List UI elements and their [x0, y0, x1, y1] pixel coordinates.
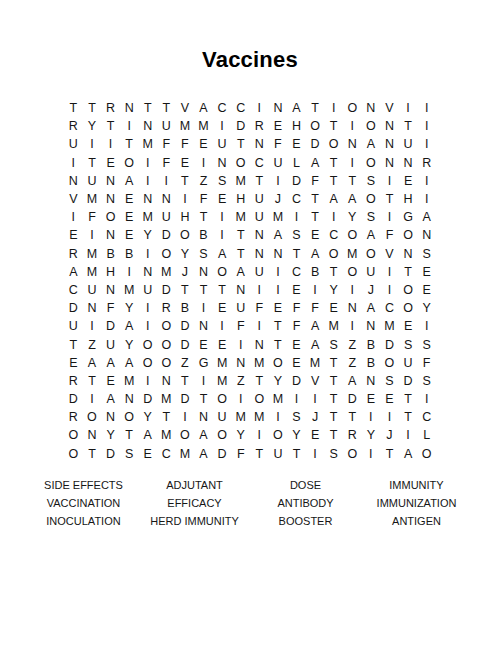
grid-cell[interactable]: M	[83, 190, 102, 208]
grid-cell[interactable]: N	[101, 190, 120, 208]
grid-cell[interactable]: J	[306, 408, 325, 426]
grid-cell[interactable]: T	[231, 135, 250, 153]
grid-cell[interactable]: T	[306, 99, 325, 117]
grid-cell[interactable]: Y	[231, 426, 250, 444]
grid-cell[interactable]: T	[83, 372, 102, 390]
grid-cell[interactable]: O	[176, 426, 195, 444]
grid-cell[interactable]: E	[120, 208, 139, 226]
grid-cell[interactable]: S	[194, 245, 213, 263]
grid-cell[interactable]: N	[120, 99, 139, 117]
grid-cell[interactable]: I	[213, 117, 232, 135]
grid-cell[interactable]: O	[120, 408, 139, 426]
grid-cell[interactable]: F	[83, 208, 102, 226]
grid-cell[interactable]: I	[138, 317, 157, 335]
grid-cell[interactable]: E	[399, 317, 418, 335]
grid-cell[interactable]: M	[231, 172, 250, 190]
grid-cell[interactable]: Y	[138, 226, 157, 244]
grid-cell[interactable]: O	[83, 408, 102, 426]
grid-cell[interactable]: C	[324, 226, 343, 244]
grid-cell[interactable]: U	[83, 172, 102, 190]
grid-cell[interactable]: M	[120, 372, 139, 390]
grid-cell[interactable]: T	[176, 372, 195, 390]
grid-cell[interactable]: O	[101, 208, 120, 226]
grid-cell[interactable]: E	[213, 190, 232, 208]
grid-cell[interactable]: E	[287, 354, 306, 372]
grid-cell[interactable]: I	[324, 99, 343, 117]
grid-cell[interactable]: S	[287, 408, 306, 426]
grid-cell[interactable]: C	[250, 154, 269, 172]
grid-cell[interactable]: S	[417, 372, 436, 390]
grid-cell[interactable]: A	[306, 335, 325, 353]
grid-cell[interactable]: N	[343, 299, 362, 317]
grid-cell[interactable]: Y	[176, 245, 195, 263]
grid-cell[interactable]: T	[83, 445, 102, 463]
grid-cell[interactable]: M	[380, 317, 399, 335]
grid-cell[interactable]: I	[64, 208, 83, 226]
grid-cell[interactable]: T	[83, 154, 102, 172]
grid-cell[interactable]: Z	[176, 354, 195, 372]
grid-cell[interactable]: E	[417, 281, 436, 299]
grid-cell[interactable]: A	[269, 226, 288, 244]
grid-cell[interactable]: I	[213, 317, 232, 335]
grid-cell[interactable]: E	[287, 281, 306, 299]
grid-cell[interactable]: T	[64, 335, 83, 353]
grid-cell[interactable]: C	[417, 408, 436, 426]
grid-cell[interactable]: I	[269, 172, 288, 190]
grid-cell[interactable]: A	[120, 172, 139, 190]
grid-cell[interactable]: M	[343, 245, 362, 263]
grid-cell[interactable]: U	[399, 354, 418, 372]
grid-cell[interactable]: I	[83, 317, 102, 335]
grid-cell[interactable]: E	[399, 172, 418, 190]
grid-cell[interactable]: F	[231, 317, 250, 335]
grid-cell[interactable]: U	[157, 117, 176, 135]
grid-cell[interactable]: T	[324, 354, 343, 372]
grid-cell[interactable]: E	[213, 335, 232, 353]
grid-cell[interactable]: F	[306, 299, 325, 317]
grid-cell[interactable]: N	[194, 263, 213, 281]
grid-cell[interactable]: F	[287, 317, 306, 335]
grid-cell[interactable]: O	[157, 354, 176, 372]
grid-cell[interactable]: N	[101, 172, 120, 190]
grid-cell[interactable]: O	[213, 426, 232, 444]
grid-cell[interactable]: D	[213, 445, 232, 463]
grid-cell[interactable]: B	[194, 226, 213, 244]
grid-cell[interactable]: C	[64, 281, 83, 299]
grid-cell[interactable]: I	[343, 281, 362, 299]
grid-cell[interactable]: T	[399, 408, 418, 426]
grid-cell[interactable]: R	[64, 245, 83, 263]
grid-cell[interactable]: I	[306, 390, 325, 408]
grid-cell[interactable]: U	[250, 208, 269, 226]
grid-cell[interactable]: E	[269, 117, 288, 135]
grid-cell[interactable]: N	[83, 299, 102, 317]
grid-cell[interactable]: U	[64, 317, 83, 335]
grid-cell[interactable]: N	[101, 408, 120, 426]
grid-cell[interactable]: I	[194, 154, 213, 172]
grid-cell[interactable]: R	[101, 99, 120, 117]
grid-cell[interactable]: I	[324, 208, 343, 226]
grid-cell[interactable]: I	[399, 426, 418, 444]
grid-cell[interactable]: I	[138, 154, 157, 172]
grid-cell[interactable]: C	[157, 445, 176, 463]
grid-cell[interactable]: D	[138, 390, 157, 408]
grid-cell[interactable]: T	[213, 281, 232, 299]
grid-cell[interactable]: A	[306, 245, 325, 263]
grid-cell[interactable]: U	[64, 135, 83, 153]
grid-cell[interactable]: T	[324, 263, 343, 281]
grid-cell[interactable]: O	[157, 245, 176, 263]
grid-cell[interactable]: D	[306, 135, 325, 153]
grid-cell[interactable]: T	[157, 408, 176, 426]
grid-cell[interactable]: S	[287, 226, 306, 244]
grid-cell[interactable]: D	[287, 372, 306, 390]
grid-cell[interactable]: A	[120, 317, 139, 335]
grid-cell[interactable]: I	[380, 172, 399, 190]
grid-cell[interactable]: G	[399, 208, 418, 226]
grid-cell[interactable]: R	[64, 117, 83, 135]
grid-cell[interactable]: N	[157, 190, 176, 208]
grid-cell[interactable]: O	[269, 354, 288, 372]
grid-cell[interactable]: M	[213, 372, 232, 390]
grid-cell[interactable]: I	[138, 372, 157, 390]
grid-cell[interactable]: Y	[343, 208, 362, 226]
grid-cell[interactable]: M	[176, 117, 195, 135]
grid-cell[interactable]: Z	[343, 335, 362, 353]
grid-cell[interactable]: N	[83, 426, 102, 444]
grid-cell[interactable]: M	[306, 354, 325, 372]
grid-cell[interactable]: R	[64, 408, 83, 426]
grid-cell[interactable]: B	[362, 354, 381, 372]
grid-cell[interactable]: A	[306, 317, 325, 335]
grid-cell[interactable]: O	[343, 445, 362, 463]
grid-cell[interactable]: I	[194, 372, 213, 390]
grid-cell[interactable]: A	[343, 372, 362, 390]
grid-cell[interactable]: F	[157, 135, 176, 153]
grid-cell[interactable]: A	[213, 245, 232, 263]
grid-cell[interactable]: N	[269, 99, 288, 117]
grid-cell[interactable]: O	[343, 226, 362, 244]
grid-cell[interactable]: N	[138, 190, 157, 208]
grid-cell[interactable]: T	[287, 445, 306, 463]
grid-cell[interactable]: I	[399, 99, 418, 117]
grid-cell[interactable]: Z	[83, 335, 102, 353]
grid-cell[interactable]: T	[194, 281, 213, 299]
grid-cell[interactable]: Y	[287, 426, 306, 444]
grid-cell[interactable]: C	[231, 99, 250, 117]
grid-cell[interactable]: F	[306, 172, 325, 190]
grid-cell[interactable]: L	[287, 154, 306, 172]
grid-cell[interactable]: C	[380, 299, 399, 317]
grid-cell[interactable]: I	[64, 154, 83, 172]
grid-cell[interactable]: D	[287, 172, 306, 190]
grid-cell[interactable]: A	[194, 426, 213, 444]
grid-cell[interactable]: F	[250, 299, 269, 317]
grid-cell[interactable]: N	[362, 317, 381, 335]
grid-cell[interactable]: O	[64, 426, 83, 444]
grid-cell[interactable]: F	[231, 445, 250, 463]
grid-cell[interactable]: T	[138, 99, 157, 117]
grid-cell[interactable]: O	[250, 390, 269, 408]
grid-cell[interactable]: I	[417, 390, 436, 408]
grid-cell[interactable]: E	[380, 390, 399, 408]
grid-cell[interactable]: H	[287, 117, 306, 135]
grid-cell[interactable]: I	[176, 190, 195, 208]
grid-cell[interactable]: E	[194, 135, 213, 153]
grid-cell[interactable]: O	[399, 299, 418, 317]
grid-cell[interactable]: R	[64, 372, 83, 390]
grid-cell[interactable]: T	[250, 445, 269, 463]
grid-cell[interactable]: M	[269, 390, 288, 408]
grid-cell[interactable]: T	[269, 335, 288, 353]
grid-cell[interactable]: B	[176, 299, 195, 317]
grid-cell[interactable]: M	[157, 263, 176, 281]
grid-cell[interactable]: U	[213, 135, 232, 153]
grid-cell[interactable]: N	[362, 99, 381, 117]
grid-cell[interactable]: N	[380, 117, 399, 135]
grid-cell[interactable]: M	[194, 117, 213, 135]
grid-cell[interactable]: I	[83, 135, 102, 153]
grid-cell[interactable]: A	[343, 190, 362, 208]
grid-cell[interactable]: U	[250, 190, 269, 208]
grid-cell[interactable]: T	[324, 408, 343, 426]
grid-cell[interactable]: B	[101, 245, 120, 263]
grid-cell[interactable]: I	[157, 172, 176, 190]
grid-cell[interactable]: E	[417, 263, 436, 281]
grid-cell[interactable]: N	[417, 226, 436, 244]
grid-cell[interactable]: I	[194, 299, 213, 317]
grid-cell[interactable]: E	[120, 226, 139, 244]
grid-cell[interactable]: I	[362, 408, 381, 426]
grid-cell[interactable]: M	[324, 317, 343, 335]
grid-cell[interactable]: T	[399, 390, 418, 408]
grid-cell[interactable]: Y	[120, 335, 139, 353]
grid-cell[interactable]: T	[324, 372, 343, 390]
grid-cell[interactable]: D	[101, 445, 120, 463]
grid-cell[interactable]: O	[380, 354, 399, 372]
grid-cell[interactable]: N	[250, 245, 269, 263]
grid-cell[interactable]: C	[287, 190, 306, 208]
grid-cell[interactable]: T	[194, 208, 213, 226]
grid-cell[interactable]: N	[120, 390, 139, 408]
grid-cell[interactable]: U	[157, 208, 176, 226]
grid-cell[interactable]: S	[417, 245, 436, 263]
grid-cell[interactable]: U	[138, 281, 157, 299]
grid-cell[interactable]: O	[120, 154, 139, 172]
grid-cell[interactable]: Y	[324, 281, 343, 299]
grid-cell[interactable]: U	[83, 281, 102, 299]
grid-cell[interactable]: A	[120, 354, 139, 372]
grid-cell[interactable]: O	[138, 335, 157, 353]
grid-cell[interactable]: I	[380, 263, 399, 281]
grid-cell[interactable]: N	[194, 408, 213, 426]
grid-cell[interactable]: O	[362, 245, 381, 263]
grid-cell[interactable]: I	[287, 390, 306, 408]
grid-cell[interactable]: F	[194, 190, 213, 208]
grid-cell[interactable]: D	[157, 226, 176, 244]
grid-cell[interactable]: E	[287, 135, 306, 153]
grid-cell[interactable]: N	[231, 354, 250, 372]
grid-cell[interactable]: O	[157, 317, 176, 335]
grid-cell[interactable]: J	[380, 426, 399, 444]
grid-cell[interactable]: D	[64, 390, 83, 408]
grid-cell[interactable]: I	[380, 408, 399, 426]
grid-cell[interactable]: U	[101, 335, 120, 353]
grid-cell[interactable]: N	[194, 317, 213, 335]
grid-cell[interactable]: H	[231, 190, 250, 208]
grid-cell[interactable]: H	[101, 263, 120, 281]
grid-cell[interactable]: D	[380, 335, 399, 353]
grid-cell[interactable]: T	[380, 445, 399, 463]
grid-cell[interactable]: O	[176, 226, 195, 244]
grid-cell[interactable]: E	[269, 299, 288, 317]
grid-cell[interactable]: M	[176, 445, 195, 463]
grid-cell[interactable]: T	[399, 117, 418, 135]
grid-cell[interactable]: N	[343, 135, 362, 153]
grid-cell[interactable]: A	[399, 445, 418, 463]
grid-cell[interactable]: T	[101, 117, 120, 135]
grid-cell[interactable]: F	[101, 299, 120, 317]
grid-cell[interactable]: N	[250, 135, 269, 153]
grid-cell[interactable]: N	[399, 245, 418, 263]
grid-cell[interactable]: S	[362, 208, 381, 226]
grid-cell[interactable]: T	[231, 245, 250, 263]
grid-cell[interactable]: T	[157, 99, 176, 117]
grid-cell[interactable]: O	[64, 445, 83, 463]
grid-cell[interactable]: I	[138, 172, 157, 190]
grid-cell[interactable]: I	[213, 226, 232, 244]
grid-cell[interactable]: F	[287, 299, 306, 317]
grid-cell[interactable]: I	[101, 135, 120, 153]
grid-cell[interactable]: N	[101, 281, 120, 299]
grid-cell[interactable]: N	[380, 154, 399, 172]
grid-cell[interactable]: J	[176, 263, 195, 281]
grid-cell[interactable]: Y	[83, 117, 102, 135]
grid-cell[interactable]: T	[343, 408, 362, 426]
grid-cell[interactable]: I	[417, 135, 436, 153]
grid-cell[interactable]: M	[231, 208, 250, 226]
grid-cell[interactable]: D	[176, 317, 195, 335]
grid-cell[interactable]: M	[231, 408, 250, 426]
grid-cell[interactable]: I	[306, 281, 325, 299]
grid-cell[interactable]: C	[287, 263, 306, 281]
grid-cell[interactable]: N	[138, 117, 157, 135]
grid-cell[interactable]: A	[194, 445, 213, 463]
grid-cell[interactable]: R	[250, 117, 269, 135]
grid-cell[interactable]: Y	[417, 299, 436, 317]
grid-cell[interactable]: I	[269, 408, 288, 426]
grid-cell[interactable]: O	[306, 117, 325, 135]
grid-cell[interactable]: T	[120, 135, 139, 153]
grid-cell[interactable]: E	[287, 335, 306, 353]
grid-cell[interactable]: I	[231, 390, 250, 408]
grid-cell[interactable]: V	[306, 372, 325, 390]
grid-cell[interactable]: O	[362, 117, 381, 135]
grid-cell[interactable]: J	[362, 281, 381, 299]
grid-cell[interactable]: D	[176, 390, 195, 408]
grid-cell[interactable]: F	[157, 154, 176, 172]
grid-cell[interactable]: T	[83, 99, 102, 117]
grid-cell[interactable]: U	[269, 154, 288, 172]
grid-cell[interactable]: O	[362, 154, 381, 172]
grid-cell[interactable]: E	[101, 154, 120, 172]
grid-cell[interactable]: I	[213, 208, 232, 226]
grid-cell[interactable]: I	[250, 426, 269, 444]
grid-cell[interactable]: O	[362, 190, 381, 208]
grid-cell[interactable]: T	[120, 426, 139, 444]
grid-cell[interactable]: O	[269, 426, 288, 444]
grid-cell[interactable]: Y	[120, 299, 139, 317]
grid-cell[interactable]: I	[138, 299, 157, 317]
grid-cell[interactable]: I	[138, 245, 157, 263]
grid-cell[interactable]: I	[306, 445, 325, 463]
grid-cell[interactable]: N	[213, 154, 232, 172]
grid-cell[interactable]: T	[343, 172, 362, 190]
grid-cell[interactable]: T	[306, 190, 325, 208]
grid-cell[interactable]: N	[157, 372, 176, 390]
grid-cell[interactable]: F	[380, 226, 399, 244]
grid-cell[interactable]: V	[380, 245, 399, 263]
grid-cell[interactable]: D	[157, 281, 176, 299]
grid-cell[interactable]: N	[269, 245, 288, 263]
grid-cell[interactable]: T	[324, 172, 343, 190]
grid-cell[interactable]: S	[362, 172, 381, 190]
grid-cell[interactable]: O	[157, 335, 176, 353]
grid-cell[interactable]: M	[269, 208, 288, 226]
grid-cell[interactable]: J	[269, 190, 288, 208]
grid-cell[interactable]: D	[343, 390, 362, 408]
grid-cell[interactable]: N	[380, 135, 399, 153]
grid-cell[interactable]: H	[399, 190, 418, 208]
grid-cell[interactable]: I	[417, 172, 436, 190]
grid-cell[interactable]: I	[417, 117, 436, 135]
grid-cell[interactable]: T	[324, 154, 343, 172]
grid-cell[interactable]: G	[194, 354, 213, 372]
grid-cell[interactable]: U	[362, 263, 381, 281]
grid-cell[interactable]: A	[231, 263, 250, 281]
grid-cell[interactable]: M	[213, 354, 232, 372]
grid-cell[interactable]: O	[138, 354, 157, 372]
grid-cell[interactable]: A	[64, 263, 83, 281]
grid-cell[interactable]: U	[269, 445, 288, 463]
grid-cell[interactable]: N	[64, 172, 83, 190]
grid-cell[interactable]: T	[287, 245, 306, 263]
grid-cell[interactable]: Y	[269, 372, 288, 390]
grid-cell[interactable]: I	[120, 263, 139, 281]
grid-cell[interactable]: R	[417, 154, 436, 172]
grid-cell[interactable]: E	[64, 354, 83, 372]
grid-cell[interactable]: U	[231, 299, 250, 317]
grid-cell[interactable]: T	[324, 426, 343, 444]
grid-cell[interactable]: M	[83, 263, 102, 281]
grid-cell[interactable]: M	[250, 408, 269, 426]
grid-cell[interactable]: T	[306, 208, 325, 226]
grid-cell[interactable]: O	[343, 263, 362, 281]
grid-cell[interactable]: D	[231, 117, 250, 135]
grid-cell[interactable]: R	[157, 299, 176, 317]
grid-cell[interactable]: R	[343, 426, 362, 444]
grid-cell[interactable]: E	[324, 299, 343, 317]
grid-cell[interactable]: I	[231, 335, 250, 353]
grid-cell[interactable]: I	[417, 190, 436, 208]
grid-cell[interactable]: N	[101, 226, 120, 244]
grid-cell[interactable]: N	[231, 281, 250, 299]
grid-cell[interactable]: I	[417, 99, 436, 117]
grid-cell[interactable]: A	[324, 190, 343, 208]
grid-cell[interactable]: S	[324, 335, 343, 353]
grid-cell[interactable]: B	[306, 263, 325, 281]
grid-cell[interactable]: I	[287, 208, 306, 226]
